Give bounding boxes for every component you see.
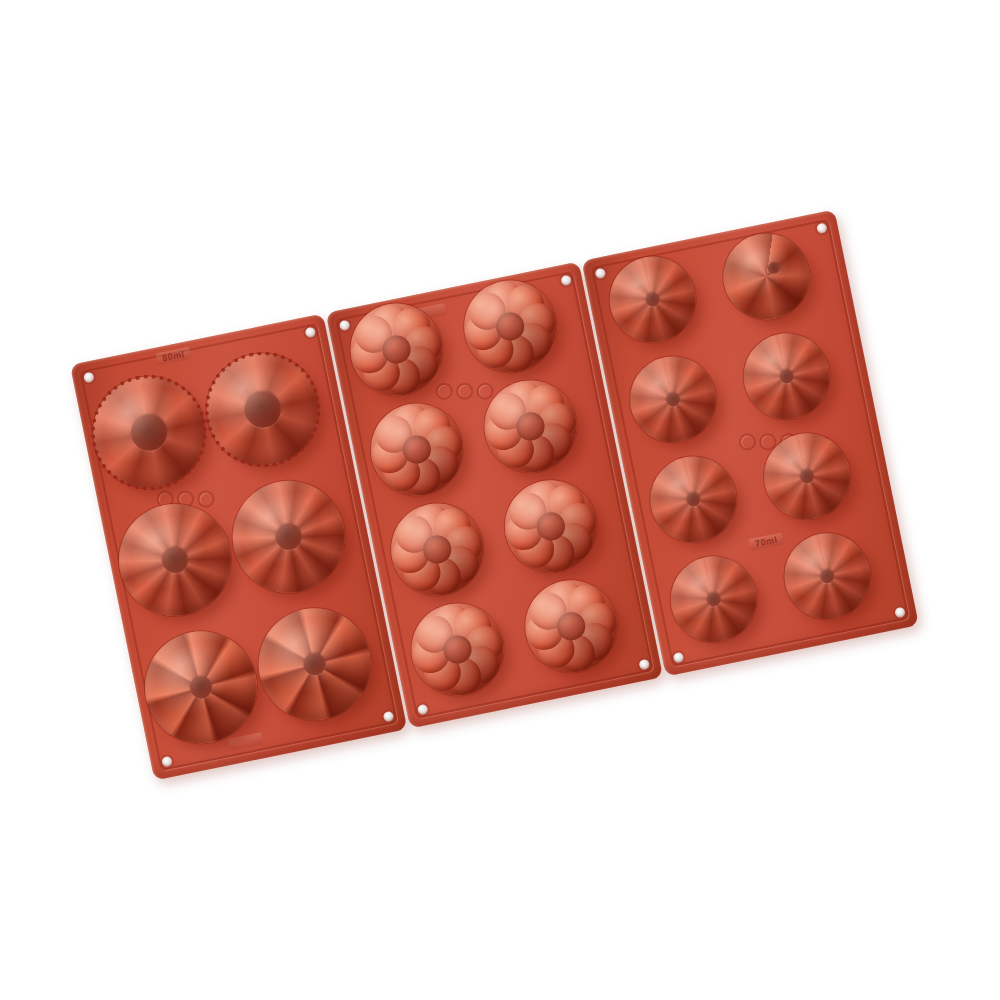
capacity-embossed-label <box>228 732 264 751</box>
hanging-hole <box>304 327 316 339</box>
hanging-hole <box>161 756 173 768</box>
cavity-dome-shading <box>197 343 329 475</box>
center-hole <box>767 262 780 275</box>
center-hole <box>159 544 191 576</box>
cavity-bundt-spiral <box>223 471 355 603</box>
hanging-hole <box>560 275 572 287</box>
cavity-bundt-beaded <box>197 343 329 475</box>
hanging-hole <box>816 222 828 234</box>
center-hole <box>685 491 702 508</box>
cavity-bundt-mini <box>777 526 878 627</box>
hanging-hole <box>83 372 95 384</box>
center-hole <box>819 568 836 585</box>
cavity-flower <box>383 495 491 603</box>
center-hole <box>273 521 305 553</box>
hanging-hole <box>383 711 395 723</box>
hanging-hole <box>673 652 685 664</box>
cavity-bundt-mini <box>622 349 723 450</box>
hanging-hole <box>638 659 650 671</box>
certification-mark <box>434 381 454 401</box>
cavity-dome-shading <box>83 367 215 499</box>
cavity-bundt-mini <box>602 249 703 350</box>
center-hole <box>188 674 214 700</box>
cavity-flower <box>363 395 471 503</box>
center-hole <box>301 651 327 677</box>
center-hole <box>644 291 661 308</box>
cavity-bundt-mini <box>643 449 744 550</box>
center-hole <box>664 391 681 408</box>
capacity-embossed-label: 70ml <box>748 532 784 551</box>
cavity-swirl-cone <box>716 226 817 327</box>
cavity-bundt-mini <box>663 549 764 650</box>
center-hole <box>705 591 722 608</box>
center-hole <box>128 411 170 453</box>
cavity-bundt-beaded <box>83 367 215 499</box>
hanging-hole <box>594 268 606 280</box>
silicone-mold-set: 80ml70ml <box>70 209 919 780</box>
hanging-hole <box>417 704 429 716</box>
certification-mark <box>475 381 495 401</box>
certification-mark <box>455 381 475 401</box>
cavity-bundt-spiral <box>109 494 241 626</box>
certification-mark <box>196 489 216 509</box>
center-hole <box>778 368 795 385</box>
certification-mark <box>737 432 757 452</box>
cavity-bundt-star <box>249 598 381 730</box>
cavity-flower <box>456 272 564 380</box>
center-hole <box>242 388 284 430</box>
cavity-dome-shading <box>716 226 817 327</box>
hanging-hole <box>894 607 906 619</box>
cavity-bundt-mini <box>736 326 837 427</box>
cavity-flower <box>517 572 625 680</box>
cavity-flower <box>497 472 605 580</box>
center-hole <box>798 468 815 485</box>
hanging-hole <box>339 320 351 332</box>
cavity-bundt-star <box>135 621 267 753</box>
cavity-flower <box>403 595 511 703</box>
capacity-embossed-label: 80ml <box>155 347 191 366</box>
product-photo: 80ml70ml <box>0 0 1000 1000</box>
